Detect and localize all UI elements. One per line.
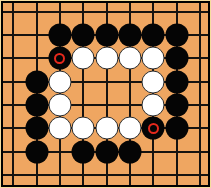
white-stone	[142, 47, 165, 70]
black-stone	[165, 94, 188, 117]
diagram-frame	[1, 1, 210, 187]
white-stone	[48, 70, 71, 93]
black-stone	[142, 24, 165, 47]
black-stone	[25, 70, 48, 93]
white-stone	[95, 117, 118, 140]
white-stone	[95, 47, 118, 70]
white-stone	[118, 47, 141, 70]
black-stone	[72, 24, 95, 47]
black-stone	[118, 140, 141, 163]
black-stone	[25, 140, 48, 163]
black-stone	[118, 24, 141, 47]
marked-black-stone	[48, 47, 71, 70]
grid-line-vertical	[199, 3, 201, 185]
diagram-outer-edge	[0, 0, 211, 188]
black-stone	[165, 24, 188, 47]
black-stone	[95, 24, 118, 47]
grid-line-vertical	[12, 3, 14, 185]
black-stone	[165, 117, 188, 140]
grid-line-horizontal	[3, 174, 208, 176]
white-stone	[142, 70, 165, 93]
black-stone	[25, 94, 48, 117]
white-stone	[142, 94, 165, 117]
black-stone	[25, 117, 48, 140]
grid-line-horizontal	[3, 11, 208, 13]
red-circle-marker-icon	[54, 53, 65, 64]
white-stone	[48, 94, 71, 117]
white-stone	[118, 117, 141, 140]
white-stone	[72, 47, 95, 70]
black-stone	[165, 70, 188, 93]
black-stone	[72, 140, 95, 163]
black-stone	[165, 47, 188, 70]
white-stone	[48, 117, 71, 140]
red-circle-marker-icon	[148, 123, 159, 134]
go-board[interactable]	[3, 3, 208, 185]
black-stone	[48, 24, 71, 47]
black-stone	[95, 140, 118, 163]
white-stone	[72, 117, 95, 140]
marked-black-stone	[142, 117, 165, 140]
